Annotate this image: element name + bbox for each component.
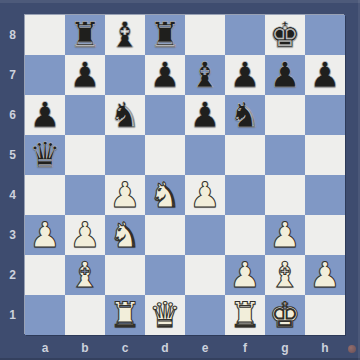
square-e8[interactable] (185, 15, 225, 55)
square-d8[interactable]: ♜ (145, 15, 185, 55)
square-h3[interactable] (305, 215, 345, 255)
square-b6[interactable] (65, 95, 105, 135)
piece-black-pawn[interactable]: ♟ (269, 55, 300, 95)
square-f7[interactable]: ♟ (225, 55, 265, 95)
square-e5[interactable] (185, 135, 225, 175)
square-g8[interactable]: ♚ (265, 15, 305, 55)
square-g2[interactable]: ♝ (265, 255, 305, 295)
piece-black-bishop[interactable]: ♝ (109, 15, 140, 55)
square-d5[interactable] (145, 135, 185, 175)
square-d2[interactable] (145, 255, 185, 295)
piece-white-bishop[interactable]: ♝ (269, 255, 300, 295)
square-e6[interactable]: ♟ (185, 95, 225, 135)
square-h5[interactable] (305, 135, 345, 175)
piece-white-pawn[interactable]: ♟ (229, 255, 260, 295)
square-f4[interactable] (225, 175, 265, 215)
piece-black-pawn[interactable]: ♟ (29, 95, 60, 135)
square-e1[interactable] (185, 295, 225, 335)
square-f3[interactable] (225, 215, 265, 255)
square-g1[interactable]: ♚ (265, 295, 305, 335)
file-label-d: d (145, 335, 185, 360)
chess-app-window: 87654321 ♜♝♜♚♟♟♝♟♟♟♟♞♟♞♛♟♞♟♟♟♞♟♝♟♝♟♜♛♜♚ … (0, 0, 360, 360)
square-d1[interactable]: ♛ (145, 295, 185, 335)
corner-dot (348, 345, 356, 353)
file-labels: abcdefgh (25, 335, 345, 360)
square-a7[interactable] (25, 55, 65, 95)
rank-label-6: 6 (0, 95, 25, 135)
square-h8[interactable] (305, 15, 345, 55)
piece-white-rook[interactable]: ♜ (229, 295, 260, 335)
rank-label-1: 1 (0, 295, 25, 335)
square-a1[interactable] (25, 295, 65, 335)
square-a2[interactable] (25, 255, 65, 295)
piece-black-knight[interactable]: ♞ (229, 95, 260, 135)
square-a4[interactable] (25, 175, 65, 215)
square-g5[interactable] (265, 135, 305, 175)
piece-white-rook[interactable]: ♜ (109, 295, 140, 335)
square-h1[interactable] (305, 295, 345, 335)
square-b4[interactable] (65, 175, 105, 215)
piece-black-pawn[interactable]: ♟ (189, 95, 220, 135)
piece-black-rook[interactable]: ♜ (149, 15, 180, 55)
rank-label-5: 5 (0, 135, 25, 175)
file-label-b: b (65, 335, 105, 360)
square-a3[interactable]: ♟ (25, 215, 65, 255)
square-f8[interactable] (225, 15, 265, 55)
rank-label-8: 8 (0, 15, 25, 55)
square-c3[interactable]: ♞ (105, 215, 145, 255)
rank-label-3: 3 (0, 215, 25, 255)
square-d7[interactable]: ♟ (145, 55, 185, 95)
piece-white-pawn[interactable]: ♟ (269, 215, 300, 255)
square-c5[interactable] (105, 135, 145, 175)
square-c6[interactable]: ♞ (105, 95, 145, 135)
piece-white-knight[interactable]: ♞ (149, 175, 180, 215)
square-a8[interactable] (25, 15, 65, 55)
square-b8[interactable]: ♜ (65, 15, 105, 55)
square-a6[interactable]: ♟ (25, 95, 65, 135)
file-label-f: f (225, 335, 265, 360)
square-g6[interactable] (265, 95, 305, 135)
square-g7[interactable]: ♟ (265, 55, 305, 95)
square-c7[interactable] (105, 55, 145, 95)
file-label-a: a (25, 335, 65, 360)
square-h2[interactable]: ♟ (305, 255, 345, 295)
square-e3[interactable] (185, 215, 225, 255)
chess-board[interactable]: ♜♝♜♚♟♟♝♟♟♟♟♞♟♞♛♟♞♟♟♟♞♟♝♟♝♟♜♛♜♚ (25, 15, 345, 335)
square-h7[interactable]: ♟ (305, 55, 345, 95)
square-e2[interactable] (185, 255, 225, 295)
square-d6[interactable] (145, 95, 185, 135)
square-e4[interactable]: ♟ (185, 175, 225, 215)
piece-black-pawn[interactable]: ♟ (149, 55, 180, 95)
piece-white-pawn[interactable]: ♟ (69, 215, 100, 255)
piece-white-pawn[interactable]: ♟ (109, 175, 140, 215)
square-f5[interactable] (225, 135, 265, 175)
piece-white-king[interactable]: ♚ (269, 295, 300, 335)
square-b5[interactable] (65, 135, 105, 175)
piece-black-pawn[interactable]: ♟ (309, 55, 340, 95)
square-h6[interactable] (305, 95, 345, 135)
piece-black-knight[interactable]: ♞ (109, 95, 140, 135)
square-c8[interactable]: ♝ (105, 15, 145, 55)
piece-black-pawn[interactable]: ♟ (69, 55, 100, 95)
square-c2[interactable] (105, 255, 145, 295)
piece-white-pawn[interactable]: ♟ (29, 215, 60, 255)
square-a5[interactable]: ♛ (25, 135, 65, 175)
square-d4[interactable]: ♞ (145, 175, 185, 215)
square-e7[interactable]: ♝ (185, 55, 225, 95)
square-c1[interactable]: ♜ (105, 295, 145, 335)
rank-label-7: 7 (0, 55, 25, 95)
square-f1[interactable]: ♜ (225, 295, 265, 335)
piece-white-queen[interactable]: ♛ (149, 295, 180, 335)
square-b1[interactable] (65, 295, 105, 335)
file-label-e: e (185, 335, 225, 360)
file-label-g: g (265, 335, 305, 360)
rank-label-2: 2 (0, 255, 25, 295)
piece-black-bishop[interactable]: ♝ (189, 55, 220, 95)
square-h4[interactable] (305, 175, 345, 215)
piece-black-rook[interactable]: ♜ (69, 15, 100, 55)
square-b3[interactable]: ♟ (65, 215, 105, 255)
piece-white-bishop[interactable]: ♝ (69, 255, 100, 295)
rank-labels: 87654321 (0, 15, 25, 335)
square-b2[interactable]: ♝ (65, 255, 105, 295)
square-c4[interactable]: ♟ (105, 175, 145, 215)
piece-white-pawn[interactable]: ♟ (189, 175, 220, 215)
file-label-h: h (305, 335, 345, 360)
file-label-c: c (105, 335, 145, 360)
piece-black-queen[interactable]: ♛ (29, 135, 60, 175)
piece-white-knight[interactable]: ♞ (109, 215, 140, 255)
square-b7[interactable]: ♟ (65, 55, 105, 95)
rank-label-4: 4 (0, 175, 25, 215)
square-d3[interactable] (145, 215, 185, 255)
piece-black-pawn[interactable]: ♟ (229, 55, 260, 95)
square-g4[interactable] (265, 175, 305, 215)
piece-white-pawn[interactable]: ♟ (309, 255, 340, 295)
piece-black-king[interactable]: ♚ (269, 15, 300, 55)
square-g3[interactable]: ♟ (265, 215, 305, 255)
square-f2[interactable]: ♟ (225, 255, 265, 295)
square-f6[interactable]: ♞ (225, 95, 265, 135)
